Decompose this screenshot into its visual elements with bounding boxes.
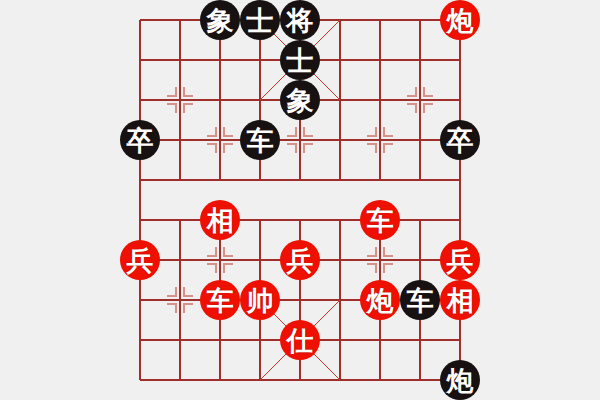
board-point[interactable] [160,120,200,160]
black-elephant[interactable]: 象 [200,0,240,40]
board-point[interactable] [200,320,240,360]
board-point[interactable] [320,40,360,80]
red-chariot[interactable]: 车 [200,280,240,320]
board-point[interactable] [160,320,200,360]
board-point[interactable] [320,80,360,120]
board-point[interactable] [320,360,360,400]
board-point[interactable] [200,360,240,400]
board-point[interactable] [280,360,320,400]
board-point[interactable] [320,120,360,160]
board-point[interactable] [360,160,400,200]
board-point[interactable]: 兵 [440,240,480,280]
board-point[interactable]: 炮 [440,360,480,400]
board-point[interactable] [240,40,280,80]
board-point[interactable]: 卒 [120,120,160,160]
board-point[interactable] [440,40,480,80]
xiangqi-app: 象士将炮士象卒车卒相车兵兵兵车帅炮车相仕炮 [0,0,600,400]
board-point[interactable] [120,40,160,80]
board-point[interactable] [440,160,480,200]
board-point[interactable] [360,80,400,120]
board-point[interactable] [280,280,320,320]
board-point[interactable] [120,320,160,360]
red-cannon[interactable]: 炮 [360,280,400,320]
board-point[interactable] [200,80,240,120]
board-point[interactable] [120,200,160,240]
board-point[interactable] [440,320,480,360]
board-point[interactable] [120,280,160,320]
board-point[interactable]: 车 [360,200,400,240]
board-point[interactable]: 象 [280,80,320,120]
board-point[interactable] [440,200,480,240]
board-point[interactable] [200,160,240,200]
board-point[interactable] [400,120,440,160]
board-point[interactable] [120,160,160,200]
board-point[interactable] [120,80,160,120]
board-point[interactable] [360,120,400,160]
red-advisor[interactable]: 仕 [280,320,320,360]
board-point[interactable] [360,240,400,280]
board-point[interactable] [400,240,440,280]
board-point[interactable] [360,320,400,360]
red-soldier[interactable]: 兵 [280,240,320,280]
black-chariot[interactable]: 车 [400,280,440,320]
board-point[interactable] [400,0,440,40]
board-point[interactable] [120,0,160,40]
board-point[interactable]: 帅 [240,280,280,320]
black-advisor[interactable]: 士 [240,0,280,40]
board-point[interactable] [240,200,280,240]
board-point[interactable] [160,200,200,240]
board-point[interactable]: 士 [280,40,320,80]
board-point[interactable] [360,360,400,400]
red-soldier[interactable]: 兵 [120,240,160,280]
board-point[interactable] [360,40,400,80]
board-point[interactable] [400,320,440,360]
board-point[interactable] [320,320,360,360]
board-point[interactable] [360,0,400,40]
black-chariot[interactable]: 车 [240,120,280,160]
board-point[interactable] [400,160,440,200]
board-point[interactable]: 车 [400,280,440,320]
black-elephant[interactable]: 象 [280,80,320,120]
board-point[interactable] [400,80,440,120]
board-point[interactable]: 仕 [280,320,320,360]
board-point[interactable] [240,320,280,360]
board-point[interactable]: 兵 [280,240,320,280]
board-point[interactable] [400,200,440,240]
red-cannon[interactable]: 炮 [440,0,480,40]
board-point[interactable]: 相 [200,200,240,240]
board-point[interactable] [400,360,440,400]
black-advisor[interactable]: 士 [280,40,320,80]
board-point[interactable] [240,240,280,280]
board-point[interactable] [160,240,200,280]
board-point[interactable] [440,80,480,120]
black-general[interactable]: 将 [280,0,320,40]
black-cannon[interactable]: 炮 [440,360,480,400]
board-point[interactable] [160,160,200,200]
board-point[interactable] [400,40,440,80]
board-point[interactable] [160,80,200,120]
board-point[interactable] [160,0,200,40]
board-point[interactable]: 兵 [120,240,160,280]
red-elephant[interactable]: 相 [440,280,480,320]
board-point[interactable] [200,240,240,280]
board-point[interactable]: 炮 [360,280,400,320]
xiangqi-board: 象士将炮士象卒车卒相车兵兵兵车帅炮车相仕炮 [120,0,480,400]
board-point[interactable] [320,200,360,240]
board-point[interactable] [160,280,200,320]
board-point[interactable] [200,40,240,80]
board-point[interactable] [320,0,360,40]
board-point[interactable] [240,360,280,400]
black-soldier[interactable]: 卒 [120,120,160,160]
board-point[interactable]: 卒 [440,120,480,160]
black-soldier[interactable]: 卒 [440,120,480,160]
board-point[interactable]: 士 [240,0,280,40]
board-point[interactable] [280,160,320,200]
red-chariot[interactable]: 车 [360,200,400,240]
board-point[interactable] [120,360,160,400]
board-point[interactable] [320,280,360,320]
red-elephant[interactable]: 相 [200,200,240,240]
board-point[interactable] [200,120,240,160]
board-point[interactable]: 象 [200,0,240,40]
board-point[interactable]: 相 [440,280,480,320]
board-point[interactable] [280,120,320,160]
board-point[interactable]: 将 [280,0,320,40]
board-point[interactable] [240,160,280,200]
board-point[interactable] [280,200,320,240]
board-point[interactable]: 车 [240,120,280,160]
red-general[interactable]: 帅 [240,280,280,320]
board-point[interactable] [320,160,360,200]
board-point[interactable] [240,80,280,120]
board-point[interactable]: 车 [200,280,240,320]
board-point[interactable] [160,40,200,80]
board-point[interactable] [320,240,360,280]
board-point[interactable]: 炮 [440,0,480,40]
red-soldier[interactable]: 兵 [440,240,480,280]
board-point[interactable] [160,360,200,400]
